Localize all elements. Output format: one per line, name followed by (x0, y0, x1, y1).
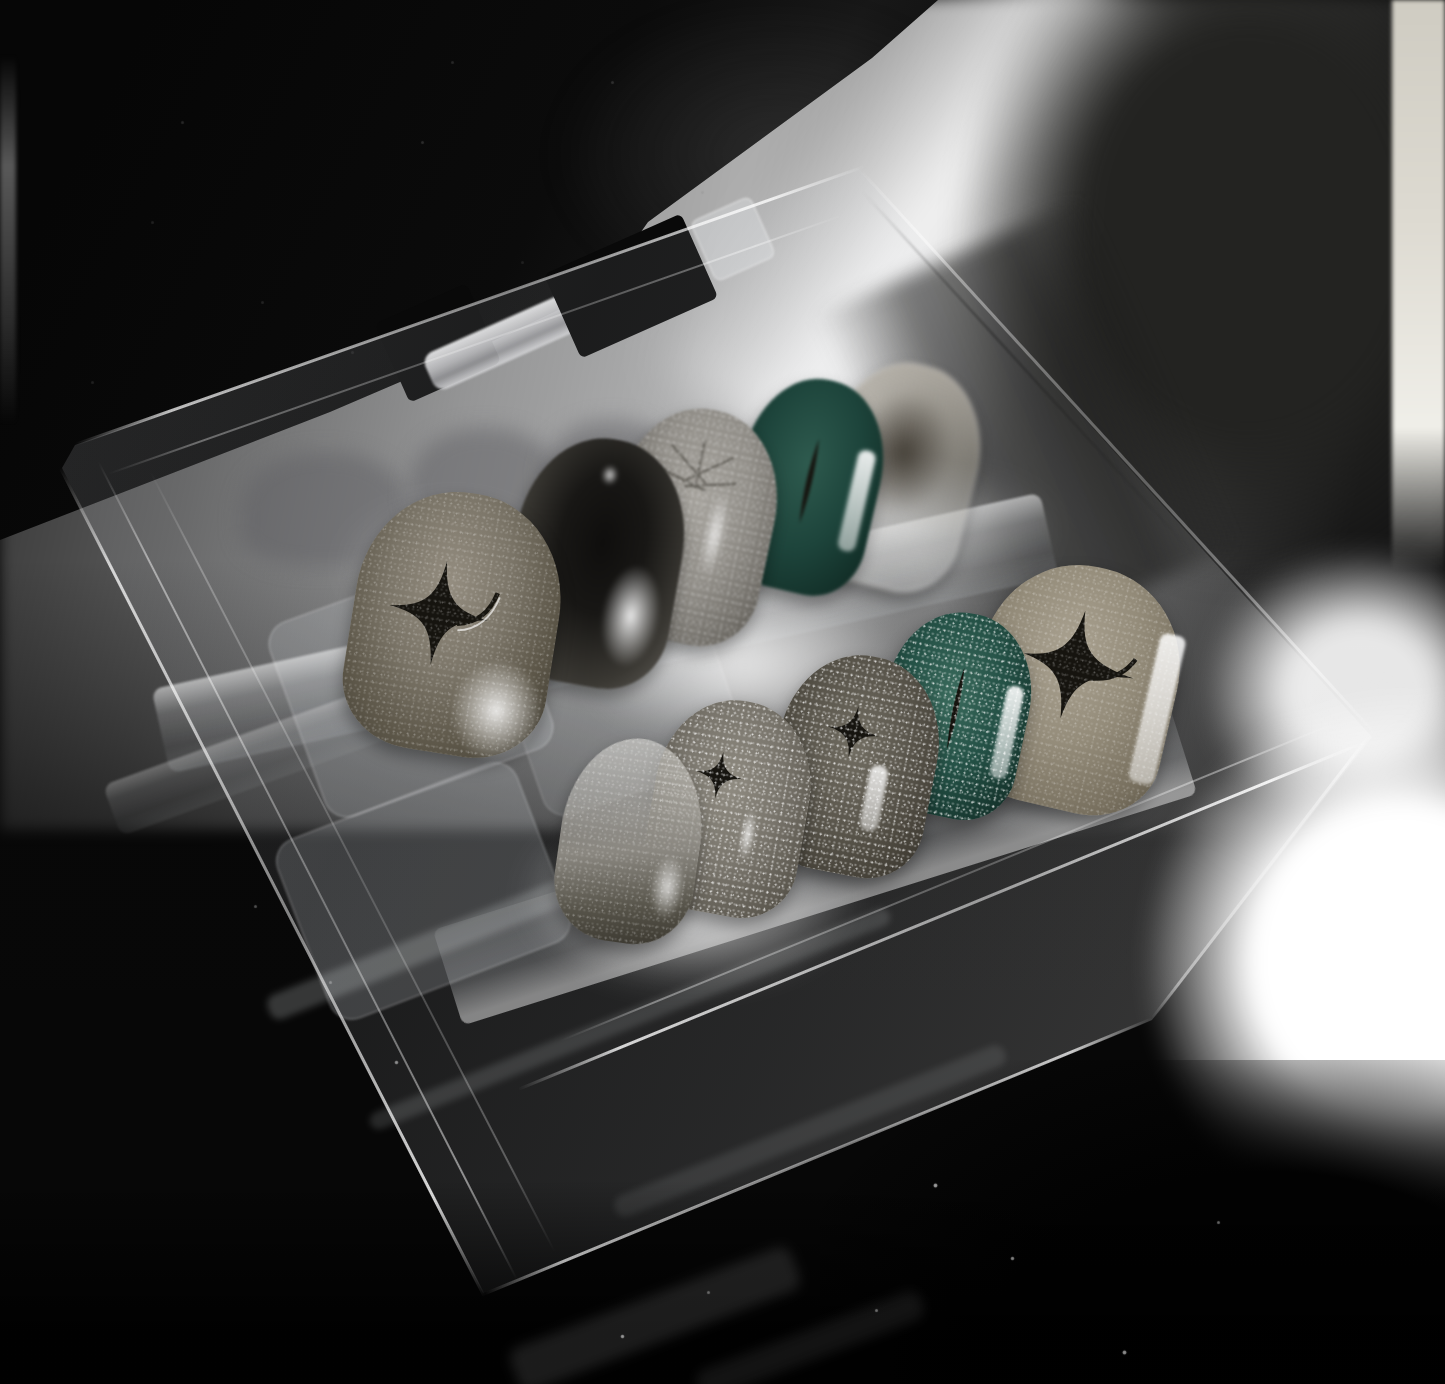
right-edge-light-strip (1392, 0, 1445, 570)
gloss-highlight (859, 764, 889, 832)
cat-eye-slit-icon (779, 423, 840, 540)
gloss-highlight (688, 472, 742, 598)
star-tail (457, 587, 498, 629)
table-dust-specks (0, 0, 1, 1)
gloss-dot (596, 460, 624, 491)
gloss-highlight (731, 797, 764, 872)
four-point-star-icon (820, 689, 888, 773)
lid-edge-reflection (0, 55, 16, 425)
four-point-star-icon (374, 540, 527, 705)
scene-photo (0, 0, 1445, 1384)
star-tail (1089, 650, 1135, 687)
star-tail-sheen (457, 591, 499, 636)
